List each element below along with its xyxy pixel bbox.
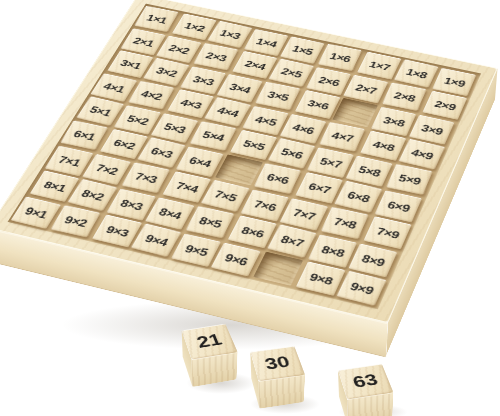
cube-label: 8×9	[359, 252, 386, 269]
cube-label: 2×6	[316, 74, 341, 88]
cube-6x4[interactable]: 6×4	[176, 147, 223, 178]
cube-label: 7×3	[133, 170, 159, 185]
cube-label: 2×2	[166, 42, 191, 56]
cube-label: 9×3	[103, 223, 130, 239]
cube-label: 6×2	[111, 137, 137, 152]
cube-63-front-face	[347, 392, 393, 416]
product-photo-scene: 1×11×21×31×41×51×61×71×81×92×12×22×32×42…	[0, 0, 500, 416]
cube-label: 6×8	[345, 189, 372, 205]
cube-label: 6×1	[71, 128, 97, 142]
cube-label: 7×2	[93, 162, 120, 177]
cube-9x9[interactable]: 9×9	[336, 271, 386, 306]
cube-8x4[interactable]: 8×4	[145, 197, 195, 230]
cube-label: 8×3	[118, 197, 145, 213]
cube-label: 6×4	[187, 154, 213, 169]
cube-5x9[interactable]: 5×9	[386, 164, 432, 195]
cube-label: 3×3	[191, 73, 216, 87]
cube-label: 7×1	[56, 153, 83, 168]
empty-slot-r3c7[interactable]	[332, 98, 378, 127]
cube-4x7[interactable]: 4×7	[319, 122, 364, 152]
cube-21-label: 21	[194, 331, 225, 352]
cube-6x8[interactable]: 6×8	[334, 181, 382, 213]
cube-label: 8×1	[41, 178, 68, 193]
cube-label: 2×4	[242, 58, 267, 72]
cube-label: 7×5	[212, 188, 239, 204]
cube-63-label: 63	[350, 371, 380, 392]
cube-label: 3×4	[227, 81, 252, 95]
cube-7x2[interactable]: 7×2	[82, 154, 131, 185]
loose-cube-30[interactable]: 30	[250, 346, 305, 381]
cube-label: 7×4	[173, 179, 200, 194]
empty-slot-r9c7[interactable]	[253, 252, 303, 286]
cube-8x2[interactable]: 8×2	[67, 179, 117, 211]
cube-7x5[interactable]: 7×5	[201, 180, 250, 212]
cube-5x7[interactable]: 5×7	[307, 147, 354, 178]
cube-6x6[interactable]: 6×6	[254, 163, 301, 194]
multiplication-board-tray: 1×11×21×31×41×51×61×71×81×92×12×22×32×42…	[0, 0, 498, 323]
cube-9x5[interactable]: 9×5	[171, 234, 221, 267]
cube-label: 7×9	[374, 225, 401, 241]
cube-label: 2×1	[131, 35, 156, 48]
cube-5x8[interactable]: 5×8	[346, 156, 393, 187]
cube-label: 4×9	[409, 146, 435, 161]
cube-label: 1×2	[182, 20, 207, 33]
cube-label: 1×9	[442, 75, 466, 89]
cube-label: 1×6	[328, 51, 352, 64]
cube-label: 7×8	[332, 215, 358, 231]
cube-5x4[interactable]: 5×4	[190, 121, 236, 151]
cube-30-label: 30	[262, 353, 292, 374]
cube-label: 6×6	[265, 171, 291, 186]
cube-label: 2×9	[432, 98, 457, 112]
cube-7x6[interactable]: 7×6	[241, 190, 289, 222]
loose-cube-63[interactable]: 63	[338, 364, 393, 400]
cube-8x8[interactable]: 8×8	[308, 234, 357, 267]
cube-label: 3×9	[419, 122, 444, 137]
cube-label: 4×7	[330, 129, 355, 143]
cube-6x1[interactable]: 6×1	[60, 120, 107, 150]
cube-label: 6×9	[385, 198, 411, 214]
cube-4x8[interactable]: 4×8	[360, 131, 406, 161]
cube-label: 9×8	[307, 270, 334, 287]
cube-8x3[interactable]: 8×3	[107, 189, 156, 221]
cube-label: 9×2	[62, 213, 89, 229]
cube-9x3[interactable]: 9×3	[92, 215, 142, 248]
cube-label: 5×4	[200, 129, 226, 143]
cube-label: 2×5	[279, 66, 304, 80]
cube-label: 1×1	[144, 12, 168, 25]
cube-label: 9×4	[142, 232, 170, 249]
cube-label: 8×2	[79, 187, 106, 203]
cube-label: 2×8	[392, 90, 417, 104]
cube-label: 4×1	[101, 80, 127, 94]
cube-5x5[interactable]: 5×5	[230, 130, 277, 160]
cube-9x4[interactable]: 9×4	[131, 223, 182, 257]
cube-label: 8×5	[197, 214, 224, 230]
cube-label: 3×8	[381, 114, 406, 128]
cube-9x1[interactable]: 9×1	[11, 196, 62, 229]
cube-8x9[interactable]: 8×9	[348, 243, 397, 277]
cube-1x1[interactable]: 1×1	[134, 6, 178, 32]
cube-label: 9×6	[222, 251, 250, 268]
cube-label: 5×2	[125, 113, 151, 127]
cube-1x6[interactable]: 1×6	[318, 44, 362, 71]
cube-2x9[interactable]: 2×9	[422, 91, 467, 120]
cube-label: 3×6	[305, 97, 330, 111]
cube-7x1[interactable]: 7×1	[45, 146, 93, 176]
cube-7x8[interactable]: 7×8	[321, 207, 368, 239]
cube-6x9[interactable]: 6×9	[375, 190, 422, 222]
cube-label: 4×6	[290, 121, 316, 136]
empty-slot-r6c5[interactable]	[215, 154, 263, 185]
cube-7x3[interactable]: 7×3	[122, 162, 170, 193]
cube-label: 8×6	[239, 224, 266, 240]
cube-label: 5×7	[318, 155, 344, 170]
cube-label: 3×1	[118, 57, 143, 71]
cube-label: 9×1	[22, 205, 50, 221]
cube-3x5[interactable]: 3×5	[255, 82, 300, 110]
cube-label: 5×3	[162, 121, 188, 136]
cube-label: 1×8	[404, 66, 429, 80]
cube-label: 6×7	[306, 180, 332, 195]
cube-label: 5×5	[241, 137, 267, 152]
cube-label: 4×4	[215, 104, 241, 119]
cube-7x4[interactable]: 7×4	[162, 171, 211, 203]
cube-8x6[interactable]: 8×6	[228, 215, 277, 248]
cube-label: 8×7	[278, 233, 305, 250]
cube-label: 9×9	[348, 279, 376, 296]
cube-label: 7×6	[251, 198, 278, 214]
cube-label: 5×6	[279, 146, 305, 161]
cube-9x2[interactable]: 9×2	[51, 205, 101, 237]
cube-label: 9×5	[182, 242, 209, 258]
cube-label: 7×7	[291, 206, 318, 222]
cube-2x8[interactable]: 2×8	[382, 82, 426, 110]
cube-8x1[interactable]: 8×1	[30, 170, 79, 201]
cube-label: 4×8	[371, 138, 397, 153]
cube-6x2[interactable]: 6×2	[100, 129, 148, 159]
cube-label: 5×1	[87, 104, 113, 119]
cube-label: 4×5	[253, 113, 278, 127]
cube-label: 2×7	[353, 82, 378, 96]
cube-4x2[interactable]: 4×2	[128, 81, 174, 109]
cube-2x3[interactable]: 2×3	[194, 43, 239, 70]
cube-label: 1×4	[254, 36, 278, 49]
cube-label: 5×8	[356, 163, 382, 178]
cube-3x6[interactable]: 3×6	[295, 90, 341, 119]
cube-label: 1×3	[217, 27, 242, 40]
cube-label: 8×4	[156, 205, 183, 221]
cube-label: 1×5	[290, 43, 315, 57]
cube-6x7[interactable]: 6×7	[295, 172, 343, 204]
cube-label: 6×3	[148, 145, 175, 160]
cube-9x8[interactable]: 9×8	[296, 261, 346, 295]
cube-label: 1×7	[367, 59, 392, 73]
cube-label: 3×5	[265, 89, 290, 103]
cube-9x6[interactable]: 9×6	[211, 243, 261, 277]
cube-7x9[interactable]: 7×9	[364, 216, 412, 249]
cube-label: 5×9	[397, 172, 423, 187]
cube-21-left-face	[182, 330, 193, 386]
cube-label: 2×3	[204, 50, 229, 63]
cube-label: 3×2	[154, 65, 179, 79]
cube-label: 4×3	[178, 96, 204, 110]
cube-label: 4×2	[139, 88, 164, 102]
cube-8x5[interactable]: 8×5	[186, 206, 234, 238]
cube-label: 8×8	[319, 243, 346, 259]
cube-7x7[interactable]: 7×7	[280, 198, 329, 231]
